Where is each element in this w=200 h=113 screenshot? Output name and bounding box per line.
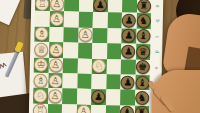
white-rook-h1[interactable]: ♖ [33, 104, 47, 113]
square-b2[interactable]: ♙ [49, 11, 64, 27]
white-rook-a1[interactable]: ♖ [35, 0, 49, 11]
white-bishop-f1[interactable]: ♗ [34, 73, 48, 87]
square-e5[interactable]: ♘ [92, 58, 107, 74]
coord-label-d: d [149, 47, 165, 56]
chessboard: ♖♙♟♜♙♟♞♗♙♟♝♕♙♟♛♔♙♘♚♗♙♟♝♘♙♟♞♖♙♟♜ abcdefgh [29, 0, 164, 113]
square-a1[interactable]: ♖ [35, 0, 50, 11]
black-bishop-c8[interactable]: ♝ [136, 29, 150, 43]
square-a6[interactable] [107, 0, 122, 13]
square-c7[interactable]: ♟ [121, 28, 136, 44]
white-pawn-d2[interactable]: ♙ [49, 43, 63, 57]
square-f6[interactable] [106, 74, 121, 90]
board-grid: ♖♙♟♜♙♟♞♗♙♟♝♕♙♟♛♔♙♘♚♗♙♟♝♘♙♟♞♖♙♟♜ [33, 0, 152, 113]
black-knight-b8[interactable]: ♞ [136, 14, 150, 28]
black-rook-h8[interactable]: ♜ [134, 106, 148, 113]
square-e2[interactable]: ♙ [48, 58, 63, 74]
square-h1[interactable]: ♖ [33, 103, 48, 113]
coord-label-e: e [149, 63, 165, 72]
square-f1[interactable]: ♗ [33, 73, 48, 89]
coord-label-c: c [149, 32, 165, 41]
black-pawn-h7[interactable]: ♟ [120, 106, 134, 113]
square-b1[interactable] [35, 11, 50, 27]
square-h2[interactable] [47, 104, 62, 113]
square-f5[interactable] [91, 74, 106, 90]
square-a5[interactable]: ♟ [93, 0, 108, 13]
square-f4[interactable] [77, 74, 92, 90]
square-c2[interactable] [49, 27, 64, 43]
square-g5[interactable]: ♟ [91, 89, 106, 105]
square-a7[interactable] [122, 0, 137, 13]
square-g4[interactable] [77, 89, 92, 105]
square-e1[interactable]: ♔ [34, 57, 49, 73]
white-pawn-f2[interactable]: ♙ [48, 74, 62, 88]
square-c3[interactable] [63, 27, 78, 43]
black-pawn-d7[interactable]: ♟ [121, 44, 135, 58]
black-pawn-b7[interactable]: ♟ [122, 14, 136, 28]
square-a4[interactable] [79, 0, 94, 12]
square-h4[interactable]: ♙ [76, 104, 91, 113]
square-f7[interactable]: ♟ [120, 74, 135, 90]
square-d7[interactable]: ♟ [121, 44, 136, 60]
white-pawn-c4[interactable]: ♙ [78, 28, 92, 42]
square-e6[interactable] [106, 59, 121, 75]
square-h3[interactable] [62, 104, 77, 113]
white-pawn-b2[interactable]: ♙ [49, 12, 63, 26]
square-h6[interactable] [105, 105, 120, 113]
coord-label-b: b [150, 17, 166, 26]
handwriting-scribble: ᴧᴧ [0, 61, 7, 71]
white-king-e1[interactable]: ♔ [34, 58, 48, 72]
square-b3[interactable] [64, 12, 79, 28]
black-knight-g8[interactable]: ♞ [135, 91, 149, 105]
square-e3[interactable] [63, 58, 78, 74]
black-rook-a8[interactable]: ♜ [137, 0, 151, 13]
photo-scene: ᴧᴧ ♖♙♟♜♙♟♞♗♙♟♝♕♙♟♛♔♙♘♚♗♙♟♝♘♙♟♞♖♙♟♜ abcde… [0, 0, 200, 113]
square-d1[interactable]: ♕ [34, 42, 49, 58]
white-pawn-e2[interactable]: ♙ [48, 58, 62, 72]
square-d2[interactable]: ♙ [49, 42, 64, 58]
square-g7[interactable] [120, 90, 135, 106]
square-g3[interactable] [62, 89, 77, 105]
square-f2[interactable]: ♙ [48, 73, 63, 89]
white-knight-e5[interactable]: ♘ [92, 59, 106, 73]
square-a3[interactable] [64, 0, 79, 12]
square-h5[interactable] [91, 105, 106, 113]
square-d4[interactable] [78, 43, 93, 59]
square-d5[interactable] [92, 43, 107, 59]
square-g6[interactable] [106, 90, 121, 106]
square-b7[interactable]: ♟ [122, 13, 137, 29]
white-knight-g1[interactable]: ♘ [33, 89, 47, 103]
square-d6[interactable] [107, 43, 122, 59]
white-pawn-a2[interactable]: ♙ [50, 0, 64, 11]
square-g2[interactable]: ♙ [48, 88, 63, 104]
square-e4[interactable] [77, 58, 92, 74]
black-pawn-f7[interactable]: ♟ [121, 75, 135, 89]
square-g1[interactable]: ♘ [33, 88, 48, 104]
white-pawn-h4[interactable]: ♙ [77, 105, 91, 113]
square-b6[interactable] [107, 13, 122, 29]
square-c5[interactable] [92, 28, 107, 44]
square-d3[interactable] [63, 42, 78, 58]
black-queen-d8[interactable]: ♛ [136, 45, 150, 59]
white-bishop-c1[interactable]: ♗ [35, 27, 49, 41]
white-queen-d1[interactable]: ♕ [34, 43, 48, 57]
square-b5[interactable] [93, 12, 108, 28]
square-c6[interactable] [107, 28, 122, 44]
square-e7[interactable] [121, 59, 136, 75]
paper-sheet-top-left [0, 0, 21, 25]
square-c4[interactable]: ♙ [78, 27, 93, 43]
square-h7[interactable]: ♟ [120, 105, 135, 113]
square-a2[interactable]: ♙ [50, 0, 65, 12]
square-f3[interactable] [62, 73, 77, 89]
coord-label-a: a [150, 1, 166, 10]
white-pawn-g2[interactable]: ♙ [48, 89, 62, 103]
black-pawn-c7[interactable]: ♟ [122, 29, 136, 43]
black-pawn-g5[interactable]: ♟ [91, 90, 105, 104]
square-b4[interactable] [78, 12, 93, 28]
black-pawn-a5[interactable]: ♟ [93, 0, 107, 12]
square-c1[interactable]: ♗ [34, 26, 49, 42]
